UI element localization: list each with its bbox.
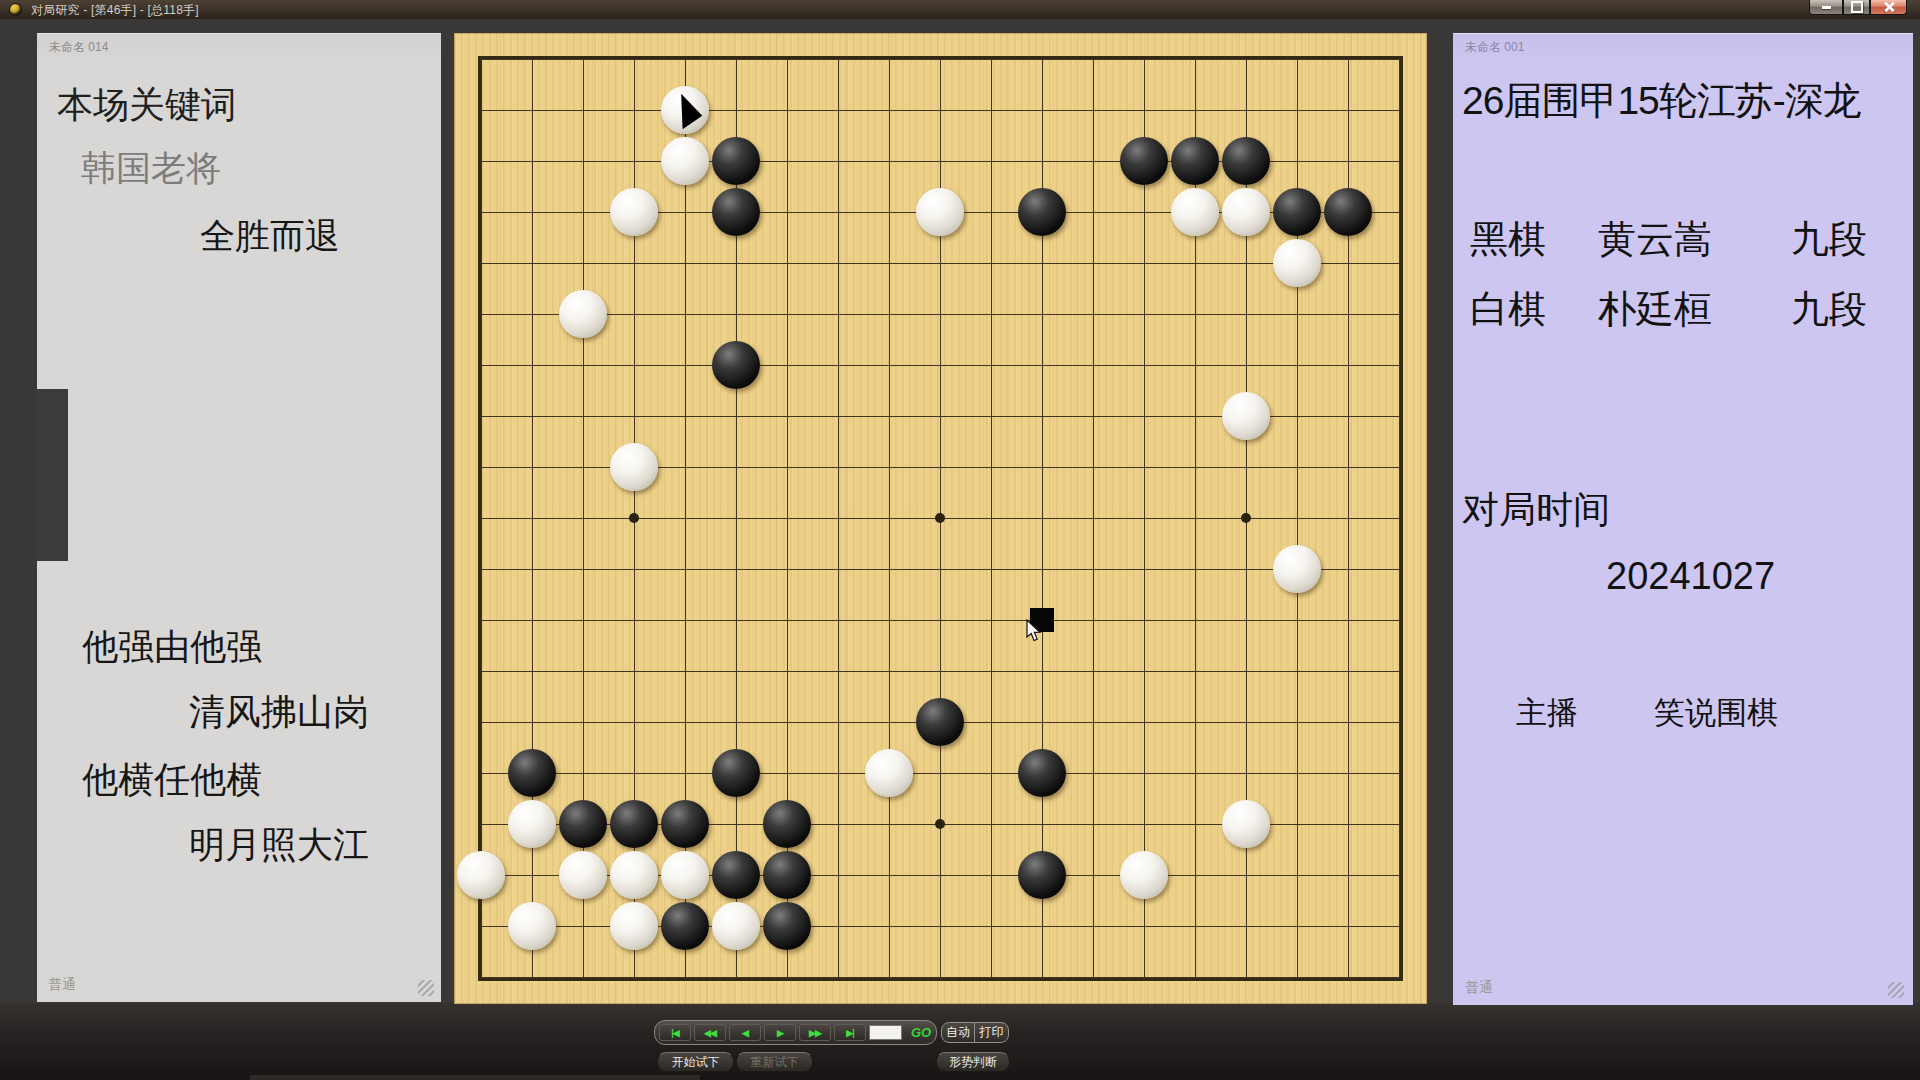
title-bar: 对局研究 - [第46手] - [总118手] xyxy=(0,0,1920,19)
stone-black xyxy=(1273,188,1321,236)
white-player-rank: 九段 xyxy=(1791,290,1867,330)
print-button[interactable]: 打印 xyxy=(974,1022,1009,1043)
stone-white xyxy=(865,749,913,797)
stone-white xyxy=(916,188,964,236)
last-move-triangle-marker xyxy=(661,86,709,134)
stone-black xyxy=(1018,188,1066,236)
taskbar-edge xyxy=(250,1075,700,1080)
star-point xyxy=(629,513,639,523)
star-point xyxy=(935,513,945,523)
stone-black xyxy=(763,902,811,950)
stone-black xyxy=(763,800,811,848)
forward-button[interactable]: ▶ xyxy=(764,1024,796,1041)
stone-white xyxy=(610,902,658,950)
note-line-1: 韩国老将 xyxy=(81,150,221,187)
info-panel-resize-grip[interactable] xyxy=(1888,982,1904,998)
auto-play-button[interactable]: 自动 xyxy=(941,1022,975,1043)
stone-black xyxy=(1018,749,1066,797)
back-button[interactable]: ◀ xyxy=(729,1024,761,1041)
stone-black xyxy=(1171,137,1219,185)
go-board[interactable] xyxy=(454,33,1427,1004)
stone-black xyxy=(712,188,760,236)
start-trial-button[interactable]: 开始试下 xyxy=(657,1052,734,1072)
stone-black xyxy=(712,341,760,389)
stone-white xyxy=(559,851,607,899)
note-line-4: 清风拂山岗 xyxy=(189,693,369,731)
stone-black xyxy=(661,902,709,950)
stone-black xyxy=(1222,137,1270,185)
stone-white xyxy=(661,851,709,899)
stone-white xyxy=(1171,188,1219,236)
restore-button[interactable] xyxy=(1843,0,1870,15)
stone-white xyxy=(712,902,760,950)
fast-forward-button[interactable]: ▶▶ xyxy=(799,1024,831,1041)
star-point xyxy=(1241,513,1251,523)
go-button[interactable]: GO xyxy=(906,1023,936,1042)
note-line-6: 明月照大江 xyxy=(189,826,369,864)
stone-black xyxy=(1120,137,1168,185)
host-name: 笑说围棋 xyxy=(1654,697,1778,730)
stone-black xyxy=(1324,188,1372,236)
move-number-input[interactable] xyxy=(869,1025,902,1040)
stone-white xyxy=(610,188,658,236)
stone-black xyxy=(712,749,760,797)
stone-black xyxy=(610,800,658,848)
stone-black xyxy=(508,749,556,797)
stone-white xyxy=(661,137,709,185)
mouse-cursor-icon xyxy=(1026,619,1043,644)
restore-icon xyxy=(1851,1,1863,13)
stone-white xyxy=(661,86,709,134)
white-label: 白棋 xyxy=(1470,290,1546,330)
black-player-rank: 九段 xyxy=(1791,220,1867,260)
stone-black xyxy=(661,800,709,848)
info-panel-status: 普通 xyxy=(1465,979,1493,997)
stone-black xyxy=(916,698,964,746)
stone-black xyxy=(763,851,811,899)
stone-white xyxy=(508,800,556,848)
game-date: 20241027 xyxy=(1606,557,1775,597)
note-line-keywords: 本场关键词 xyxy=(57,86,237,124)
event-title: 26届围甲15轮江苏-深龙 xyxy=(1462,81,1861,122)
info-panel-caption: 未命名 001 xyxy=(1465,39,1524,56)
stone-white xyxy=(610,851,658,899)
host-label: 主播 xyxy=(1516,697,1578,730)
stone-black xyxy=(1018,851,1066,899)
first-move-button[interactable]: |◀ xyxy=(659,1024,691,1041)
note-line-5: 他横任他横 xyxy=(82,761,262,799)
retry-trial-button[interactable]: 重新试下 xyxy=(736,1052,813,1072)
white-player-name: 朴廷桓 xyxy=(1598,290,1712,330)
close-icon xyxy=(1884,2,1894,12)
stone-black xyxy=(712,137,760,185)
stone-white xyxy=(610,443,658,491)
notes-panel-caption: 未命名 014 xyxy=(49,39,108,56)
minimize-button[interactable] xyxy=(1809,0,1843,15)
stone-white xyxy=(1222,188,1270,236)
note-line-2: 全胜而退 xyxy=(200,218,340,255)
black-player-name: 黄云嵩 xyxy=(1598,220,1712,260)
stone-black xyxy=(712,851,760,899)
stone-white xyxy=(559,290,607,338)
notes-panel-status: 普通 xyxy=(48,976,76,994)
notes-panel-resize-grip[interactable] xyxy=(418,980,434,996)
stone-white xyxy=(1273,545,1321,593)
game-info-panel: 未命名 001 26届围甲15轮江苏-深龙 黑棋 黄云嵩 九段 白棋 朴廷桓 九… xyxy=(1453,33,1913,1005)
fast-back-button[interactable]: ◀◀ xyxy=(694,1024,726,1041)
app-icon xyxy=(9,3,22,16)
stone-white xyxy=(1222,392,1270,440)
stone-white xyxy=(1120,851,1168,899)
last-move-button[interactable]: ▶| xyxy=(834,1024,866,1041)
stone-white xyxy=(1222,800,1270,848)
panel-notch xyxy=(37,389,68,561)
game-time-label: 对局时间 xyxy=(1462,491,1610,530)
close-button[interactable] xyxy=(1870,0,1907,15)
black-label: 黑棋 xyxy=(1470,220,1546,260)
position-judge-button[interactable]: 形势判断 xyxy=(936,1052,1010,1072)
note-line-3: 他强由他强 xyxy=(82,628,262,666)
stone-white xyxy=(508,902,556,950)
window-title: 对局研究 - [第46手] - [总118手] xyxy=(31,2,199,19)
star-point xyxy=(935,819,945,829)
stone-black xyxy=(559,800,607,848)
stone-white xyxy=(1273,239,1321,287)
stone-white xyxy=(457,851,505,899)
minimize-icon xyxy=(1822,6,1831,9)
